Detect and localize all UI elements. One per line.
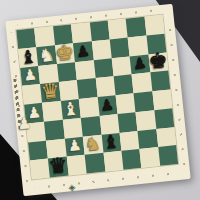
square-b3[interactable] — [44, 120, 64, 141]
square-f7[interactable] — [110, 37, 130, 58]
square-g2[interactable] — [138, 129, 158, 150]
square-f6[interactable] — [112, 56, 132, 77]
piece-black-king[interactable]: ♚ — [148, 50, 169, 73]
square-c3[interactable] — [63, 118, 83, 139]
vinyl-chess-mat: ◈ ♝♞♚♟♟♟♚♛♟♝♟♟♞♝♛ ♟ — [5, 4, 190, 197]
piece-black-queen[interactable]: ♛ — [48, 155, 69, 178]
square-h5[interactable] — [150, 71, 170, 92]
piece-white-knight[interactable]: ♞ — [84, 135, 102, 155]
piece-black-bishop[interactable]: ♝ — [19, 47, 37, 67]
square-e6[interactable] — [93, 58, 113, 79]
square-a7[interactable]: ♝ — [18, 47, 38, 68]
square-h2[interactable] — [156, 127, 176, 148]
square-g8[interactable] — [126, 17, 146, 38]
square-d2[interactable]: ♞ — [83, 134, 103, 155]
square-e2[interactable]: ♝ — [101, 132, 121, 153]
square-b4[interactable] — [42, 101, 62, 122]
square-f8[interactable] — [108, 19, 128, 40]
square-c1[interactable] — [67, 155, 87, 176]
square-e4[interactable]: ♟ — [97, 95, 117, 116]
square-f3[interactable] — [117, 112, 137, 133]
square-c2[interactable]: ♟ — [65, 136, 85, 157]
captured-white-pawn-on-border[interactable]: ♟ — [16, 115, 32, 132]
square-d5[interactable] — [77, 78, 97, 99]
square-d1[interactable] — [85, 153, 105, 174]
piece-black-pawn[interactable]: ♟ — [132, 56, 147, 72]
square-e8[interactable] — [89, 21, 109, 42]
square-f2[interactable] — [119, 131, 139, 152]
square-g5[interactable] — [132, 73, 152, 94]
square-b1[interactable]: ♛ — [48, 157, 68, 178]
piece-white-king[interactable]: ♚ — [54, 41, 75, 64]
square-a5[interactable] — [22, 84, 42, 105]
square-e7[interactable] — [91, 39, 111, 60]
chess-board-grid: ♝♞♚♟♟♟♚♛♟♝♟♟♞♝♛ — [16, 15, 178, 180]
square-a2[interactable] — [28, 140, 48, 161]
square-h3[interactable] — [154, 108, 174, 129]
square-b7[interactable]: ♞ — [36, 45, 56, 66]
piece-white-pawn[interactable]: ♟ — [67, 138, 82, 154]
maker-logo-icon: ◈ — [68, 182, 76, 193]
square-g7[interactable] — [128, 35, 148, 56]
square-e1[interactable] — [103, 151, 123, 172]
square-f5[interactable] — [114, 75, 134, 96]
piece-white-pawn[interactable]: ♟ — [23, 68, 38, 84]
square-c6[interactable] — [57, 62, 77, 83]
square-h8[interactable] — [144, 15, 164, 36]
square-f1[interactable] — [121, 149, 141, 170]
square-d7[interactable]: ♟ — [73, 41, 93, 62]
square-h6[interactable]: ♚ — [148, 52, 168, 73]
square-g6[interactable]: ♟ — [130, 54, 150, 75]
piece-white-queen[interactable]: ♛ — [40, 81, 61, 104]
square-g4[interactable] — [134, 91, 154, 112]
square-g1[interactable] — [140, 147, 160, 168]
square-c4[interactable]: ♝ — [61, 99, 81, 120]
board-photo: ◈ ♝♞♚♟♟♟♚♛♟♝♟♟♞♝♛ ♟ — [0, 0, 200, 200]
square-a6[interactable]: ♟ — [20, 66, 40, 87]
square-a1[interactable] — [30, 159, 50, 180]
piece-black-pawn[interactable]: ♟ — [100, 97, 115, 113]
square-b5[interactable]: ♛ — [40, 82, 60, 103]
square-f4[interactable] — [115, 93, 135, 114]
square-c7[interactable]: ♚ — [55, 43, 75, 64]
square-h4[interactable] — [152, 89, 172, 110]
square-g3[interactable] — [136, 110, 156, 131]
square-h1[interactable] — [158, 145, 178, 166]
square-e5[interactable] — [95, 77, 115, 98]
piece-white-bishop[interactable]: ♝ — [62, 99, 80, 119]
square-d6[interactable] — [75, 60, 95, 81]
square-d4[interactable] — [79, 97, 99, 118]
piece-black-bishop[interactable]: ♝ — [102, 133, 120, 153]
piece-white-knight[interactable]: ♞ — [38, 45, 56, 65]
square-d8[interactable] — [71, 22, 91, 43]
piece-black-pawn[interactable]: ♟ — [76, 43, 91, 59]
